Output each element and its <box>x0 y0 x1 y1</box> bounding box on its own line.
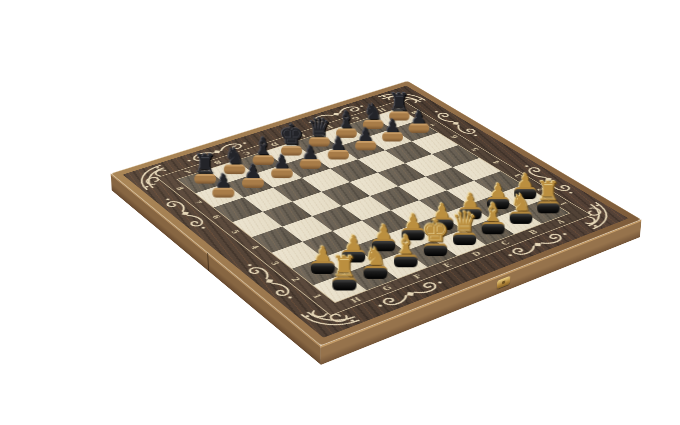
piece-base-black-wood <box>332 277 356 290</box>
chess-box: HGFEDCBA HGFEDCBA 87654321 87654321 ♜♞♝♛… <box>111 81 642 346</box>
piece-base-oak-wood <box>212 188 234 198</box>
product-photo-stage: HGFEDCBA HGFEDCBA 87654321 87654321 ♜♞♝♛… <box>0 0 680 425</box>
scene: HGFEDCBA HGFEDCBA 87654321 87654321 ♜♞♝♛… <box>0 0 680 425</box>
brass-latch-icon <box>496 276 510 290</box>
fold-seam <box>207 253 209 272</box>
